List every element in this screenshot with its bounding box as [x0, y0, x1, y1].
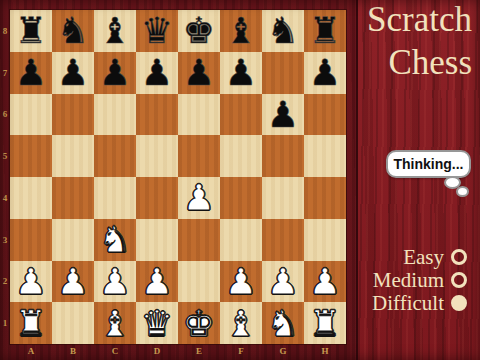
black-knight-piece[interactable]: ♞ [57, 10, 89, 51]
square-h8[interactable]: ♜ [304, 10, 346, 52]
difficulty-options: Easy Medium Difficult [372, 246, 467, 314]
chess-board: ♜♞♝♛♚♝♞♜♟♟♟♟♟♟♟♟♟♞♟♟♟♟♟♟♟♜♝♛♚♝♞♜ [10, 10, 346, 344]
white-pawn-piece[interactable]: ♟ [15, 261, 47, 302]
square-h1[interactable]: ♜ [304, 302, 346, 344]
difficulty-difficult-label: Difficult [372, 292, 444, 314]
square-h3[interactable] [304, 219, 346, 261]
square-a3[interactable] [10, 219, 52, 261]
square-f5[interactable] [220, 135, 262, 177]
white-pawn-piece[interactable]: ♟ [267, 261, 299, 302]
square-a6[interactable] [10, 94, 52, 136]
square-g4[interactable] [262, 177, 304, 219]
square-c1[interactable]: ♝ [94, 302, 136, 344]
square-b3[interactable] [52, 219, 94, 261]
black-rook-piece[interactable]: ♜ [309, 10, 341, 51]
white-pawn-piece[interactable]: ♟ [57, 261, 89, 302]
square-a5[interactable] [10, 135, 52, 177]
difficulty-easy-label: Easy [403, 246, 444, 268]
square-f7[interactable]: ♟ [220, 52, 262, 94]
square-a2[interactable]: ♟ [10, 261, 52, 303]
radio-medium-icon[interactable] [451, 272, 467, 288]
rank-label-6: 6 [0, 94, 10, 136]
file-label-a: A [10, 345, 52, 358]
file-label-h: H [304, 345, 346, 358]
rank-label-1: 1 [0, 302, 10, 344]
white-knight-piece[interactable]: ♞ [99, 219, 131, 260]
difficulty-option-medium[interactable]: Medium [373, 269, 467, 291]
square-d3[interactable] [136, 219, 178, 261]
square-e3[interactable] [178, 219, 220, 261]
square-f4[interactable] [220, 177, 262, 219]
white-bishop-piece[interactable]: ♝ [225, 303, 257, 344]
square-c4[interactable] [94, 177, 136, 219]
square-e6[interactable] [178, 94, 220, 136]
rank-label-5: 5 [0, 135, 10, 177]
square-g1[interactable]: ♞ [262, 302, 304, 344]
file-label-e: E [178, 345, 220, 358]
black-pawn-piece[interactable]: ♟ [183, 52, 215, 93]
square-g6[interactable]: ♟ [262, 94, 304, 136]
square-b1[interactable] [52, 302, 94, 344]
board-frame: 87654321 ABCDEFGH ♜♞♝♛♚♝♞♜♟♟♟♟♟♟♟♟♟♞♟♟♟♟… [0, 0, 358, 360]
black-queen-piece[interactable]: ♛ [141, 10, 173, 51]
white-pawn-piece[interactable]: ♟ [99, 261, 131, 302]
white-bishop-piece[interactable]: ♝ [99, 303, 131, 344]
square-h2[interactable]: ♟ [304, 261, 346, 303]
square-h5[interactable] [304, 135, 346, 177]
square-e1[interactable]: ♚ [178, 302, 220, 344]
square-h7[interactable]: ♟ [304, 52, 346, 94]
square-d8[interactable]: ♛ [136, 10, 178, 52]
rank-label-8: 8 [0, 10, 10, 52]
square-a7[interactable]: ♟ [10, 52, 52, 94]
black-pawn-piece[interactable]: ♟ [141, 52, 173, 93]
black-pawn-piece[interactable]: ♟ [99, 52, 131, 93]
square-c2[interactable]: ♟ [94, 261, 136, 303]
white-pawn-piece[interactable]: ♟ [141, 261, 173, 302]
black-bishop-piece[interactable]: ♝ [225, 10, 257, 51]
white-rook-piece[interactable]: ♜ [15, 303, 47, 344]
rank-labels: 87654321 [0, 10, 10, 344]
square-d4[interactable] [136, 177, 178, 219]
square-c5[interactable] [94, 135, 136, 177]
square-h4[interactable] [304, 177, 346, 219]
white-pawn-piece[interactable]: ♟ [225, 261, 257, 302]
square-d5[interactable] [136, 135, 178, 177]
radio-easy-icon[interactable] [451, 249, 467, 265]
black-pawn-piece[interactable]: ♟ [225, 52, 257, 93]
black-pawn-piece[interactable]: ♟ [57, 52, 89, 93]
square-e8[interactable]: ♚ [178, 10, 220, 52]
square-e5[interactable] [178, 135, 220, 177]
square-a8[interactable]: ♜ [10, 10, 52, 52]
file-label-g: G [262, 345, 304, 358]
radio-difficult-icon[interactable] [451, 295, 467, 311]
rank-label-7: 7 [0, 52, 10, 94]
white-knight-piece[interactable]: ♞ [267, 303, 299, 344]
black-bishop-piece[interactable]: ♝ [99, 10, 131, 51]
white-pawn-piece[interactable]: ♟ [183, 177, 215, 218]
square-d6[interactable] [136, 94, 178, 136]
black-rook-piece[interactable]: ♜ [15, 10, 47, 51]
square-e2[interactable] [178, 261, 220, 303]
square-g5[interactable] [262, 135, 304, 177]
app-title-line1: Scratch [367, 0, 472, 41]
thought-bubble-dot-small-icon [456, 186, 469, 197]
app-title-line2: Chess [367, 41, 472, 84]
file-label-f: F [220, 345, 262, 358]
black-pawn-piece[interactable]: ♟ [309, 52, 341, 93]
thinking-tooltip-text: Thinking... [394, 156, 464, 172]
square-d1[interactable]: ♛ [136, 302, 178, 344]
difficulty-medium-label: Medium [373, 269, 444, 291]
square-f3[interactable] [220, 219, 262, 261]
square-b4[interactable] [52, 177, 94, 219]
file-label-c: C [94, 345, 136, 358]
square-g3[interactable] [262, 219, 304, 261]
square-b2[interactable]: ♟ [52, 261, 94, 303]
square-g7[interactable] [262, 52, 304, 94]
app-title: Scratch Chess [367, 0, 472, 84]
square-d7[interactable]: ♟ [136, 52, 178, 94]
square-a1[interactable]: ♜ [10, 302, 52, 344]
black-knight-piece[interactable]: ♞ [267, 10, 299, 51]
file-labels: ABCDEFGH [10, 345, 346, 358]
square-b6[interactable] [52, 94, 94, 136]
square-f2[interactable]: ♟ [220, 261, 262, 303]
rank-label-4: 4 [0, 177, 10, 219]
file-label-d: D [136, 345, 178, 358]
square-c8[interactable]: ♝ [94, 10, 136, 52]
square-b8[interactable]: ♞ [52, 10, 94, 52]
square-c6[interactable] [94, 94, 136, 136]
white-queen-piece[interactable]: ♛ [141, 303, 173, 344]
square-c3[interactable]: ♞ [94, 219, 136, 261]
square-g2[interactable]: ♟ [262, 261, 304, 303]
square-b5[interactable] [52, 135, 94, 177]
difficulty-option-difficult[interactable]: Difficult [372, 292, 467, 314]
square-h6[interactable] [304, 94, 346, 136]
square-c7[interactable]: ♟ [94, 52, 136, 94]
square-d2[interactable]: ♟ [136, 261, 178, 303]
rank-label-3: 3 [0, 219, 10, 261]
app-window: 87654321 ABCDEFGH ♜♞♝♛♚♝♞♜♟♟♟♟♟♟♟♟♟♞♟♟♟♟… [0, 0, 480, 360]
square-e7[interactable]: ♟ [178, 52, 220, 94]
thinking-tooltip: Thinking... [386, 150, 471, 178]
square-g8[interactable]: ♞ [262, 10, 304, 52]
sidebar: Scratch Chess Undo Import Export Moves E… [358, 0, 480, 360]
square-b7[interactable]: ♟ [52, 52, 94, 94]
white-king-piece[interactable]: ♚ [183, 303, 215, 344]
rank-label-2: 2 [0, 261, 10, 303]
difficulty-option-easy[interactable]: Easy [403, 246, 467, 268]
white-pawn-piece[interactable]: ♟ [309, 261, 341, 302]
square-f1[interactable]: ♝ [220, 302, 262, 344]
black-king-piece[interactable]: ♚ [183, 10, 215, 51]
square-e4[interactable]: ♟ [178, 177, 220, 219]
square-f8[interactable]: ♝ [220, 10, 262, 52]
white-rook-piece[interactable]: ♜ [309, 303, 341, 344]
square-f6[interactable] [220, 94, 262, 136]
black-pawn-piece[interactable]: ♟ [15, 52, 47, 93]
square-a4[interactable] [10, 177, 52, 219]
black-pawn-piece[interactable]: ♟ [267, 94, 299, 135]
file-label-b: B [52, 345, 94, 358]
